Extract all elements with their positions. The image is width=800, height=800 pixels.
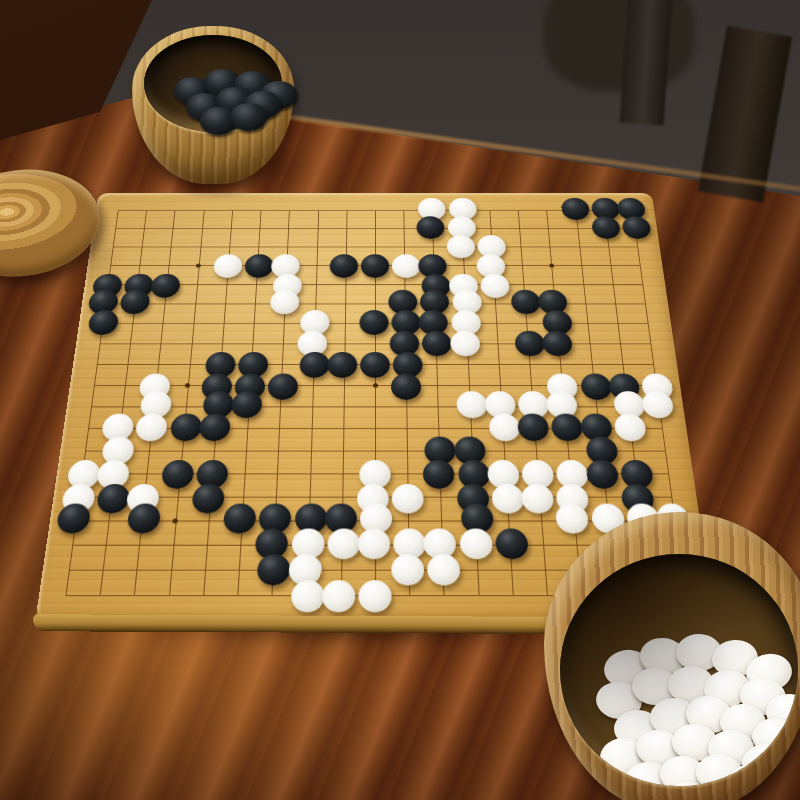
grid-line-vertical [169, 210, 205, 595]
star-point [549, 263, 554, 267]
star-point [196, 263, 201, 267]
go-stone-white [358, 529, 391, 560]
go-stone-black [417, 216, 445, 239]
go-stone-black [542, 331, 574, 356]
go-stone-white [459, 529, 493, 560]
go-stone-white [427, 554, 461, 585]
chair-back-silhouette [543, 0, 695, 92]
go-stone-white [491, 484, 524, 513]
go-stone-black [191, 484, 225, 513]
go-stone-black [87, 310, 119, 335]
go-stone-black [579, 374, 612, 401]
chair-post-icon [620, 0, 673, 125]
go-stone-black [198, 414, 231, 442]
go-stone-black [360, 352, 390, 378]
go-stone-black [591, 216, 621, 239]
black-stone-bowl [132, 26, 294, 184]
go-stone-black [361, 254, 389, 278]
go-stone-black [96, 484, 131, 513]
go-stone-white [321, 580, 355, 612]
go-stone-white [270, 290, 300, 314]
go-stone-black [244, 254, 274, 278]
go-stone-black [359, 310, 388, 335]
go-stone-black [621, 216, 652, 239]
go-stone-black [299, 352, 329, 378]
go-stone-black [223, 504, 257, 534]
go-stone-white [521, 484, 555, 513]
go-stone-white [391, 554, 424, 585]
go-stone-black [585, 460, 619, 489]
go-stone-black [127, 504, 162, 534]
go-stone-white [290, 580, 324, 612]
go-stone-black [560, 198, 590, 220]
go-stone-black [231, 391, 263, 418]
grid-line-horizontal [85, 451, 665, 452]
go-stone-white [358, 580, 391, 612]
go-stone-black [495, 529, 529, 560]
go-stone-black [327, 352, 357, 378]
go-stone-black [422, 331, 452, 356]
go-stone-black [160, 460, 194, 489]
go-stone-white [456, 391, 488, 418]
white-stone-bowl [544, 512, 800, 800]
go-stone-white [480, 274, 510, 298]
go-stone-black [56, 504, 92, 534]
go-stone-black [511, 290, 542, 314]
go-stone-white [446, 235, 475, 258]
white-bowl-opening [560, 554, 798, 786]
go-stone-black [514, 331, 545, 356]
go-stone-white [213, 254, 243, 278]
go-stone-black [150, 274, 181, 298]
go-stone-white [392, 484, 424, 513]
go-stone-black [257, 554, 291, 585]
go-stone-black [119, 290, 151, 314]
go-stone-white [613, 414, 647, 442]
bowl-stone-black [230, 103, 267, 131]
go-stone-black [391, 374, 421, 401]
star-point [185, 383, 190, 387]
star-point [372, 383, 377, 387]
go-stone-black [169, 414, 202, 442]
go-stone-black [423, 460, 455, 489]
go-stone-black [329, 254, 358, 278]
go-stone-white [450, 331, 481, 356]
go-stone-white [488, 414, 520, 442]
scene-go-photo: { "game": "go", "board": { "size": 19, "… [0, 0, 800, 800]
star-point [172, 518, 178, 523]
go-stone-black [517, 414, 550, 442]
go-stone-black [551, 414, 584, 442]
go-stone-white [327, 529, 360, 560]
go-stone-white [392, 254, 421, 278]
go-stone-black [268, 374, 299, 401]
black-bowl-opening [144, 35, 282, 132]
go-stone-white [135, 414, 169, 442]
